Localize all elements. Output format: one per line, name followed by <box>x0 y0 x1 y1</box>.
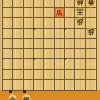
board-square-2-4[interactable] <box>75 29 85 39</box>
board-square-8-5[interactable] <box>13 39 23 49</box>
board-square-5-6[interactable] <box>44 49 54 59</box>
board-square-4-2[interactable]: 馬 <box>55 8 65 18</box>
hand-piece-count-badge <box>23 90 27 93</box>
board-square-3-3[interactable] <box>65 18 75 28</box>
board-square-6-8[interactable] <box>34 70 44 80</box>
piece-kanji: 歩 <box>88 29 95 38</box>
star-point <box>33 28 35 30</box>
piece-kanji: 香 <box>88 0 95 7</box>
board-square-7-5[interactable] <box>24 39 34 49</box>
piece-gote-lance[interactable]: 香 <box>86 0 95 7</box>
board-square-6-6[interactable] <box>34 49 44 59</box>
board-square-8-3[interactable] <box>13 18 23 28</box>
board-square-1-3[interactable] <box>86 18 96 28</box>
piece-gote-king[interactable]: 王 <box>75 8 84 18</box>
board-square-3-9[interactable] <box>65 80 75 90</box>
board-square-6-1[interactable] <box>34 0 44 8</box>
board-square-1-8[interactable] <box>86 70 96 80</box>
shogi-board: 桂香馬王歩歩 <box>0 0 100 90</box>
star-point <box>64 58 66 60</box>
board-square-7-4[interactable] <box>24 29 34 39</box>
board-square-8-9[interactable] <box>13 80 23 90</box>
board-square-3-8[interactable] <box>65 70 75 80</box>
board-square-1-5[interactable] <box>86 39 96 49</box>
board-square-5-3[interactable] <box>44 18 54 28</box>
board-square-9-9[interactable] <box>3 80 13 90</box>
star-point <box>64 28 66 30</box>
hand-piece-sente-gold[interactable]: 金 <box>8 94 17 100</box>
board-square-5-9[interactable] <box>44 80 54 90</box>
board-square-1-1[interactable]: 香 <box>86 0 96 8</box>
board-square-3-1[interactable] <box>65 0 75 8</box>
board-square-1-4[interactable]: 歩 <box>86 29 96 39</box>
board-square-2-2[interactable]: 王 <box>75 8 85 18</box>
board-square-2-3[interactable]: 歩 <box>75 18 85 28</box>
board-square-5-2[interactable] <box>44 8 54 18</box>
hand-piece-sente-silver[interactable]: 銀 <box>22 94 31 100</box>
board-square-3-2[interactable] <box>65 8 75 18</box>
piece-gote-pawn[interactable]: 歩 <box>75 18 84 28</box>
board-square-8-4[interactable] <box>13 29 23 39</box>
board-square-6-2[interactable] <box>34 8 44 18</box>
board-square-9-7[interactable] <box>3 59 13 69</box>
star-point <box>33 58 35 60</box>
board-square-3-5[interactable] <box>65 39 75 49</box>
piece-kanji: 馬 <box>56 9 63 18</box>
board-square-2-9[interactable] <box>75 80 85 90</box>
board-square-9-8[interactable] <box>3 70 13 80</box>
board-square-9-1[interactable] <box>3 0 13 8</box>
board-square-9-3[interactable] <box>3 18 13 28</box>
board-square-4-1[interactable] <box>55 0 65 8</box>
piece-gote-pawn[interactable]: 歩 <box>86 29 95 39</box>
board-square-9-6[interactable] <box>3 49 13 59</box>
board-square-1-6[interactable] <box>86 49 96 59</box>
piece-gote-knight[interactable]: 桂 <box>75 0 84 7</box>
piece-sente-promoted-bishop[interactable]: 馬 <box>55 8 64 18</box>
board-square-4-5[interactable] <box>55 39 65 49</box>
board-square-4-8[interactable] <box>55 70 65 80</box>
board-square-5-7[interactable] <box>44 59 54 69</box>
board-square-1-9[interactable] <box>86 80 96 90</box>
board-square-6-3[interactable] <box>34 18 44 28</box>
board-square-5-1[interactable] <box>44 0 54 8</box>
board-square-9-4[interactable] <box>3 29 13 39</box>
board-grid: 桂香馬王歩歩 <box>2 0 97 91</box>
board-square-8-1[interactable] <box>13 0 23 8</box>
board-square-8-7[interactable] <box>13 59 23 69</box>
board-square-5-5[interactable] <box>44 39 54 49</box>
board-square-1-2[interactable] <box>86 8 96 18</box>
board-square-1-7[interactable] <box>86 59 96 69</box>
board-square-9-5[interactable] <box>3 39 13 49</box>
board-square-9-2[interactable] <box>3 8 13 18</box>
board-square-6-5[interactable] <box>34 39 44 49</box>
hand-piece-count-badge <box>9 90 13 93</box>
board-square-3-4[interactable] <box>65 29 75 39</box>
board-square-5-4[interactable] <box>44 29 54 39</box>
piece-kanji: 銀 <box>23 95 30 100</box>
piece-kanji: 王 <box>77 9 84 18</box>
board-square-4-9[interactable] <box>55 80 65 90</box>
board-square-7-9[interactable] <box>24 80 34 90</box>
piece-kanji: 歩 <box>77 19 84 28</box>
board-square-6-7[interactable] <box>34 59 44 69</box>
board-square-2-1[interactable]: 桂 <box>75 0 85 8</box>
board-square-6-9[interactable] <box>34 80 44 90</box>
board-square-8-2[interactable] <box>13 8 23 18</box>
piece-kanji: 桂 <box>77 0 84 7</box>
board-square-3-6[interactable] <box>65 49 75 59</box>
board-square-4-4[interactable] <box>55 29 65 39</box>
board-square-8-6[interactable] <box>13 49 23 59</box>
board-square-6-4[interactable] <box>34 29 44 39</box>
board-square-7-1[interactable] <box>24 0 34 8</box>
shogi-app-screen: 桂香馬王歩歩 金銀 <box>0 0 100 100</box>
board-square-3-7[interactable] <box>65 59 75 69</box>
board-square-7-7[interactable] <box>24 59 34 69</box>
board-square-8-8[interactable] <box>13 70 23 80</box>
piece-kanji: 金 <box>9 95 16 100</box>
board-square-2-7[interactable] <box>75 59 85 69</box>
board-square-2-8[interactable] <box>75 70 85 80</box>
board-square-7-2[interactable] <box>24 8 34 18</box>
board-square-2-6[interactable] <box>75 49 85 59</box>
board-square-5-8[interactable] <box>44 70 54 80</box>
board-square-4-7[interactable] <box>55 59 65 69</box>
board-square-7-8[interactable] <box>24 70 34 80</box>
board-square-2-5[interactable] <box>75 39 85 49</box>
